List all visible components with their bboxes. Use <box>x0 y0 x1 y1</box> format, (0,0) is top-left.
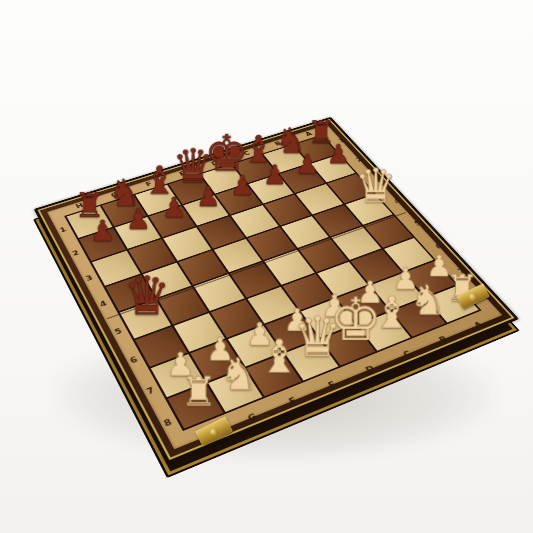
clasp-knob-icon <box>209 426 220 437</box>
dark-queen-icon: ♛ <box>104 269 189 322</box>
chess-set-photo: HH11GG22FF33EE44DD55CC66BB77AA88 ♜♞♝♚♛♝♞… <box>0 0 533 533</box>
dark-pawn-icon: ♟ <box>63 217 142 246</box>
clasp-knob-icon <box>468 291 479 302</box>
white-rook-icon: ♜ <box>152 372 244 412</box>
